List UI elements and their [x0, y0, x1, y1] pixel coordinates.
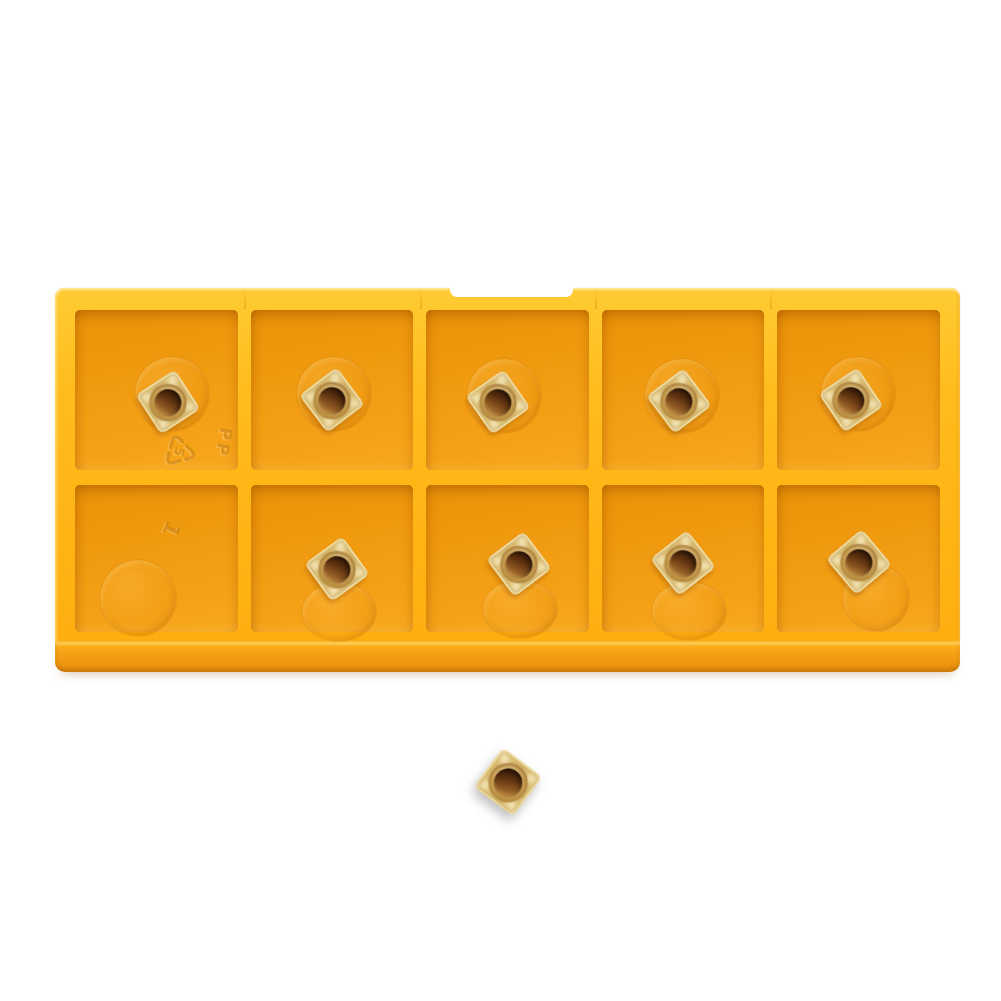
compartment-depression — [100, 560, 176, 636]
tray-rim-notch — [450, 287, 573, 297]
rim-seam — [770, 290, 772, 309]
carbide-insert — [473, 747, 542, 816]
rim-seam — [420, 290, 422, 309]
product-photo: ♺ 5 PP 1 — [0, 0, 1001, 1001]
rim-seam — [595, 290, 597, 309]
tray-front-face — [55, 642, 960, 672]
compartment-depression — [652, 582, 726, 640]
rim-seam — [244, 290, 246, 309]
